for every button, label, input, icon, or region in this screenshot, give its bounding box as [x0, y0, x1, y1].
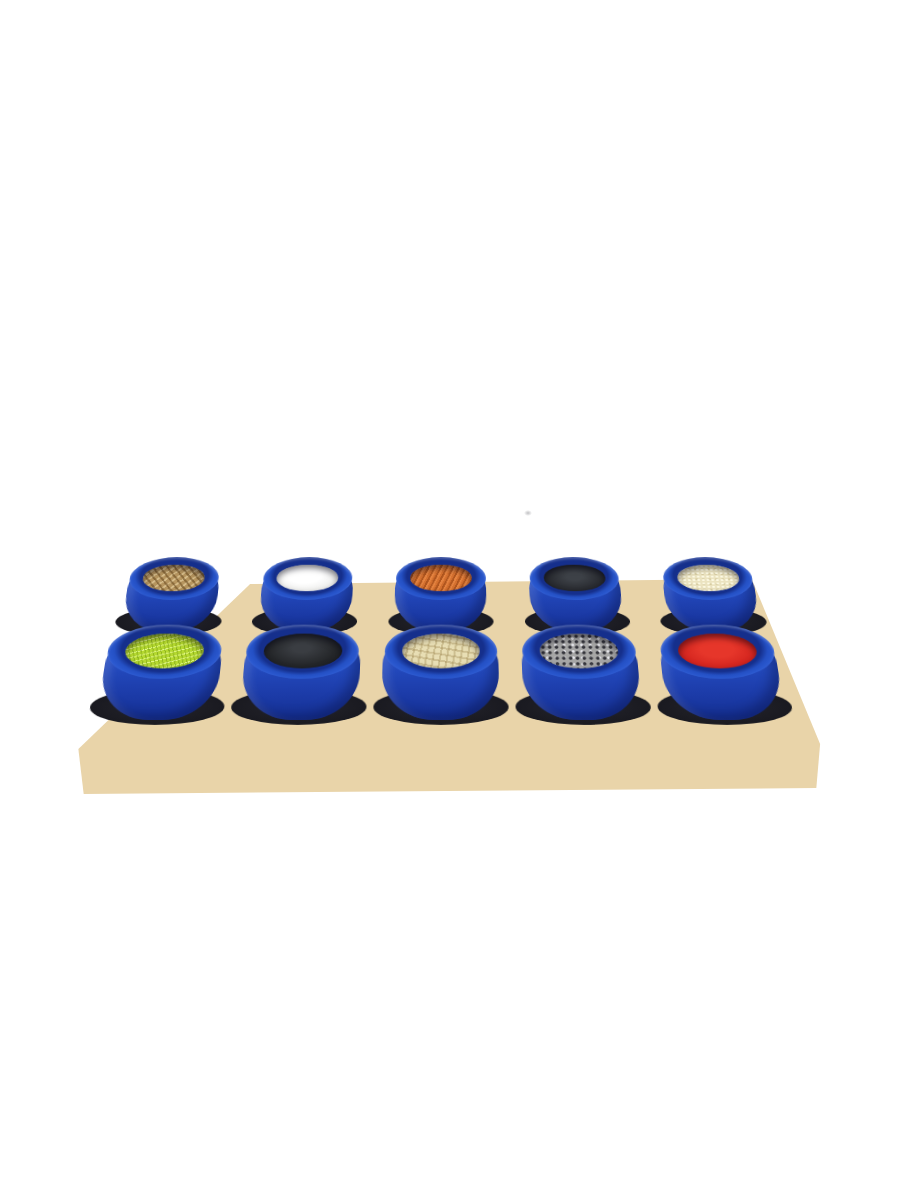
- cup-r0c0-burlap[interactable]: [121, 557, 222, 632]
- board-recess-r0c2: [373, 557, 510, 628]
- board-recess-r0c1: [236, 557, 375, 628]
- cup-r0c4-foam-cream[interactable]: [660, 557, 761, 632]
- cup-r1c3-steel-wool[interactable]: [521, 625, 644, 720]
- board-recess-r1c4: [646, 628, 798, 720]
- board-recess-r0c0: [99, 557, 243, 628]
- cup-r1c4-felt-red[interactable]: [657, 625, 786, 720]
- board-recess-r1c2: [370, 628, 513, 720]
- board-recess-r1c3: [509, 628, 655, 720]
- cup-r1c2-waffle-cream[interactable]: [381, 625, 500, 720]
- waffle-cream-texture: [401, 634, 480, 669]
- board-recess-r0c3: [507, 557, 646, 628]
- cup-grid: [84, 557, 798, 720]
- board-recess-r0c4: [639, 557, 783, 628]
- cup-r1c1-smooth-black[interactable]: [239, 625, 362, 720]
- ribbed-orange-texture: [410, 564, 472, 591]
- cup-r0c3-soft-black[interactable]: [528, 557, 624, 632]
- board-recess-r1c1: [227, 628, 373, 720]
- board-recess-r1c0: [84, 628, 236, 720]
- cup-r0c2-ribbed-orange[interactable]: [394, 557, 487, 632]
- steel-wool-texture: [539, 634, 620, 669]
- cup-r1c0-spiky-green[interactable]: [96, 625, 225, 720]
- dust-speck: [524, 510, 532, 516]
- cup-r0c1-smooth-white[interactable]: [257, 557, 353, 632]
- product-photo-scene: [0, 0, 900, 1200]
